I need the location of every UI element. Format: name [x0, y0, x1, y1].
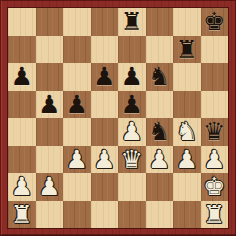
square-e3[interactable]: ♛ [118, 146, 146, 174]
piece-white-pawn[interactable]: ♟ [66, 146, 88, 174]
piece-black-queen[interactable]: ♛ [203, 118, 225, 146]
piece-white-pawn[interactable]: ♟ [38, 173, 60, 201]
square-f2[interactable] [146, 173, 174, 201]
square-d6[interactable]: ♟ [91, 63, 119, 91]
piece-white-queen[interactable]: ♛ [121, 146, 143, 174]
square-h2[interactable]: ♚ [201, 173, 229, 201]
piece-white-rook[interactable]: ♜ [203, 201, 225, 229]
square-f4[interactable]: ♞ [146, 118, 174, 146]
square-d4[interactable] [91, 118, 119, 146]
square-g1[interactable] [173, 201, 201, 229]
square-c1[interactable] [63, 201, 91, 229]
square-e4[interactable]: ♟ [118, 118, 146, 146]
square-b1[interactable] [36, 201, 64, 229]
square-d5[interactable] [91, 91, 119, 119]
square-e2[interactable] [118, 173, 146, 201]
square-c7[interactable] [63, 36, 91, 64]
square-c3[interactable]: ♟ [63, 146, 91, 174]
square-d1[interactable] [91, 201, 119, 229]
square-c5[interactable]: ♟ [63, 91, 91, 119]
piece-black-knight[interactable]: ♞ [148, 118, 170, 146]
square-d8[interactable] [91, 8, 119, 36]
piece-white-pawn[interactable]: ♟ [203, 146, 225, 174]
square-h6[interactable] [201, 63, 229, 91]
square-f8[interactable] [146, 8, 174, 36]
square-e1[interactable] [118, 201, 146, 229]
square-g7[interactable]: ♜ [173, 36, 201, 64]
chess-board: ♜♚♜♟♟♟♞♟♟♟♟♞♞♛♟♟♛♟♟♟♟♟♚♜♜ [8, 8, 228, 228]
square-f7[interactable] [146, 36, 174, 64]
square-a1[interactable]: ♜ [8, 201, 36, 229]
piece-black-pawn[interactable]: ♟ [121, 91, 143, 119]
square-h5[interactable] [201, 91, 229, 119]
square-c8[interactable] [63, 8, 91, 36]
square-b8[interactable] [36, 8, 64, 36]
square-b2[interactable]: ♟ [36, 173, 64, 201]
square-h1[interactable]: ♜ [201, 201, 229, 229]
piece-white-rook[interactable]: ♜ [11, 201, 33, 229]
square-a7[interactable] [8, 36, 36, 64]
square-e5[interactable]: ♟ [118, 91, 146, 119]
square-e6[interactable]: ♟ [118, 63, 146, 91]
piece-black-pawn[interactable]: ♟ [66, 91, 88, 119]
square-g4[interactable]: ♞ [173, 118, 201, 146]
piece-white-king[interactable]: ♚ [203, 173, 225, 201]
square-g8[interactable] [173, 8, 201, 36]
piece-black-pawn[interactable]: ♟ [38, 91, 60, 119]
square-b4[interactable] [36, 118, 64, 146]
square-e7[interactable] [118, 36, 146, 64]
square-h3[interactable]: ♟ [201, 146, 229, 174]
square-a4[interactable] [8, 118, 36, 146]
square-b5[interactable]: ♟ [36, 91, 64, 119]
piece-black-pawn[interactable]: ♟ [121, 63, 143, 91]
square-f1[interactable] [146, 201, 174, 229]
square-d7[interactable] [91, 36, 119, 64]
square-d2[interactable] [91, 173, 119, 201]
square-a6[interactable]: ♟ [8, 63, 36, 91]
square-h4[interactable]: ♛ [201, 118, 229, 146]
square-d3[interactable]: ♟ [91, 146, 119, 174]
square-g2[interactable] [173, 173, 201, 201]
square-h7[interactable] [201, 36, 229, 64]
piece-black-rook[interactable]: ♜ [121, 8, 143, 36]
piece-black-king[interactable]: ♚ [203, 8, 225, 36]
piece-white-knight[interactable]: ♞ [176, 118, 198, 146]
square-e8[interactable]: ♜ [118, 8, 146, 36]
square-a3[interactable] [8, 146, 36, 174]
piece-white-pawn[interactable]: ♟ [93, 146, 115, 174]
square-g3[interactable]: ♟ [173, 146, 201, 174]
square-f6[interactable]: ♞ [146, 63, 174, 91]
square-g5[interactable] [173, 91, 201, 119]
square-a2[interactable]: ♟ [8, 173, 36, 201]
piece-black-rook[interactable]: ♜ [176, 36, 198, 64]
piece-black-knight[interactable]: ♞ [148, 63, 170, 91]
square-c6[interactable] [63, 63, 91, 91]
square-c2[interactable] [63, 173, 91, 201]
piece-black-pawn[interactable]: ♟ [11, 63, 33, 91]
piece-white-pawn[interactable]: ♟ [11, 173, 33, 201]
square-b3[interactable] [36, 146, 64, 174]
chess-board-frame: ♜♚♜♟♟♟♞♟♟♟♟♞♞♛♟♟♛♟♟♟♟♟♚♜♜ [0, 0, 236, 236]
square-b7[interactable] [36, 36, 64, 64]
square-g6[interactable] [173, 63, 201, 91]
piece-white-pawn[interactable]: ♟ [121, 118, 143, 146]
square-f3[interactable]: ♟ [146, 146, 174, 174]
square-c4[interactable] [63, 118, 91, 146]
square-f5[interactable] [146, 91, 174, 119]
piece-white-pawn[interactable]: ♟ [176, 146, 198, 174]
square-a5[interactable] [8, 91, 36, 119]
piece-white-pawn[interactable]: ♟ [148, 146, 170, 174]
square-h8[interactable]: ♚ [201, 8, 229, 36]
square-b6[interactable] [36, 63, 64, 91]
piece-black-pawn[interactable]: ♟ [93, 63, 115, 91]
square-a8[interactable] [8, 8, 36, 36]
